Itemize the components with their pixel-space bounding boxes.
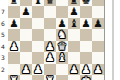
square-g3[interactable]: [80, 52, 92, 64]
square-e6[interactable]: ♟: [56, 18, 68, 30]
rank-label-7: 7: [1, 8, 7, 15]
piece-white-pawn: ♟: [20, 64, 32, 76]
rank-label-6: 6: [1, 20, 7, 27]
piece-white-queen: ♛: [56, 41, 68, 53]
square-a3[interactable]: [8, 52, 20, 64]
square-e3[interactable]: ♝: [56, 52, 68, 64]
square-e1[interactable]: [56, 75, 68, 80]
square-c2[interactable]: ♟: [32, 64, 44, 76]
piece-black-pawn: ♟: [68, 6, 80, 18]
square-f2[interactable]: ♟: [68, 64, 80, 76]
square-c3[interactable]: [32, 52, 44, 64]
square-b5[interactable]: [20, 29, 32, 41]
piece-white-rook: ♜: [8, 75, 20, 80]
square-b4[interactable]: [20, 41, 32, 53]
piece-white-king: ♚: [80, 75, 92, 80]
piece-white-pawn: ♟: [32, 64, 44, 76]
square-f5[interactable]: [68, 29, 80, 41]
square-a1[interactable]: ♜: [8, 75, 20, 80]
square-e4[interactable]: ♛: [56, 41, 68, 53]
square-d7[interactable]: [44, 6, 56, 18]
chess-diagram: ♜♝♛♜♚♟♟♟♟♝♟♟♞♟♟♛♟♝♟♟♟♟♟♜♜♚ 765432: [0, 0, 120, 80]
piece-black-pawn: ♟: [92, 18, 104, 30]
square-h4[interactable]: [92, 41, 104, 53]
piece-white-pawn: ♟: [8, 41, 20, 53]
window-edge-line: [112, 0, 114, 80]
square-c1[interactable]: [32, 75, 44, 80]
square-d3[interactable]: ♟: [44, 52, 56, 64]
square-b1[interactable]: [20, 75, 32, 80]
square-f1[interactable]: [68, 75, 80, 80]
square-e2[interactable]: [56, 64, 68, 76]
square-g1[interactable]: ♚: [80, 75, 92, 80]
rank-label-4: 4: [1, 43, 7, 50]
square-h2[interactable]: ♟: [92, 64, 104, 76]
square-c7[interactable]: [32, 6, 44, 18]
piece-white-knight: ♞: [56, 29, 68, 41]
square-a6[interactable]: ♟: [8, 18, 20, 30]
square-d4[interactable]: ♟: [44, 41, 56, 53]
square-a5[interactable]: [8, 29, 20, 41]
piece-white-pawn: ♟: [44, 52, 56, 64]
square-h1[interactable]: [92, 75, 104, 80]
square-b3[interactable]: [20, 52, 32, 64]
piece-black-bishop: ♝: [68, 18, 80, 30]
square-f6[interactable]: ♝: [68, 18, 80, 30]
piece-white-rook: ♜: [44, 75, 56, 80]
square-c4[interactable]: [32, 41, 44, 53]
square-g5[interactable]: [80, 29, 92, 41]
square-c6[interactable]: [32, 18, 44, 30]
piece-black-pawn: ♟: [8, 18, 20, 30]
square-g6[interactable]: ♟: [80, 18, 92, 30]
square-f7[interactable]: ♟: [68, 6, 80, 18]
piece-black-pawn: ♟: [80, 18, 92, 30]
square-d2[interactable]: [44, 64, 56, 76]
square-d1[interactable]: ♜: [44, 75, 56, 80]
rank-label-5: 5: [1, 31, 7, 38]
square-e5[interactable]: ♞: [56, 29, 68, 41]
square-d5[interactable]: [44, 29, 56, 41]
square-h3[interactable]: [92, 52, 104, 64]
square-c5[interactable]: [32, 29, 44, 41]
piece-white-bishop: ♝: [56, 52, 68, 64]
rank-label-3: 3: [1, 54, 7, 61]
square-f4[interactable]: [68, 41, 80, 53]
square-e7[interactable]: [56, 6, 68, 18]
square-a4[interactable]: ♟: [8, 41, 20, 53]
square-b6[interactable]: [20, 18, 32, 30]
square-a2[interactable]: [8, 64, 20, 76]
piece-white-pawn: ♟: [68, 64, 80, 76]
piece-white-pawn: ♟: [92, 64, 104, 76]
chess-board: ♜♝♛♜♚♟♟♟♟♝♟♟♞♟♟♛♟♝♟♟♟♟♟♜♜♚: [8, 0, 105, 80]
square-g4[interactable]: [80, 41, 92, 53]
piece-white-pawn: ♟: [44, 41, 56, 53]
rank-label-2: 2: [1, 66, 7, 73]
square-h6[interactable]: ♟: [92, 18, 104, 30]
square-d6[interactable]: [44, 18, 56, 30]
square-a7[interactable]: [8, 6, 20, 18]
square-g7[interactable]: [80, 6, 92, 18]
piece-black-pawn: ♟: [20, 6, 32, 18]
piece-white-pawn: ♟: [80, 64, 92, 76]
square-h7[interactable]: [92, 6, 104, 18]
square-h5[interactable]: [92, 29, 104, 41]
square-g2[interactable]: ♟: [80, 64, 92, 76]
square-f3[interactable]: [68, 52, 80, 64]
piece-black-pawn: ♟: [56, 18, 68, 30]
square-b2[interactable]: ♟: [20, 64, 32, 76]
square-b7[interactable]: ♟: [20, 6, 32, 18]
